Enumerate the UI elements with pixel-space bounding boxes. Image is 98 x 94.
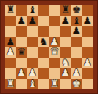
square-g6[interactable]: ♟ — [71, 26, 82, 37]
square-a7[interactable] — [5, 16, 16, 27]
square-h2[interactable] — [82, 68, 93, 79]
black-pawn[interactable]: ♟ — [6, 37, 15, 47]
square-f6[interactable] — [60, 26, 71, 37]
black-pawn[interactable]: ♟ — [61, 16, 70, 26]
white-pawn[interactable]: ♟ — [50, 37, 59, 47]
black-rook[interactable]: ♜ — [6, 5, 15, 15]
square-h4[interactable] — [82, 47, 93, 58]
square-b6[interactable] — [16, 26, 27, 37]
white-pawn[interactable]: ♟ — [72, 68, 81, 78]
square-c7[interactable]: ♟ — [27, 16, 38, 27]
square-e2[interactable] — [49, 68, 60, 79]
square-d1[interactable] — [38, 79, 49, 90]
chess-board: ♜♝♜♚♟♟♟♝♟♟♟♞♟♟♛♛♞♟♟♟♟♟♜♝♜♚ — [5, 5, 93, 89]
square-a8[interactable]: ♜ — [5, 5, 16, 16]
square-g3[interactable] — [71, 58, 82, 69]
square-f7[interactable]: ♟ — [60, 16, 71, 27]
black-queen[interactable]: ♛ — [17, 47, 26, 57]
square-g7[interactable]: ♝ — [71, 16, 82, 27]
black-knight[interactable]: ♞ — [39, 37, 48, 47]
square-f2[interactable]: ♟ — [60, 68, 71, 79]
square-f4[interactable] — [60, 47, 71, 58]
square-c3[interactable] — [27, 58, 38, 69]
square-f1[interactable] — [60, 79, 71, 90]
square-b5[interactable] — [16, 37, 27, 48]
square-d6[interactable] — [38, 26, 49, 37]
square-a2[interactable] — [5, 68, 16, 79]
square-c2[interactable]: ♟ — [27, 68, 38, 79]
square-c8[interactable]: ♝ — [27, 5, 38, 16]
black-pawn[interactable]: ♟ — [28, 16, 37, 26]
square-f5[interactable] — [60, 37, 71, 48]
square-h6[interactable] — [82, 26, 93, 37]
square-c5[interactable] — [27, 37, 38, 48]
square-d4[interactable] — [38, 47, 49, 58]
square-h1[interactable] — [82, 79, 93, 90]
white-pawn[interactable]: ♟ — [83, 58, 92, 68]
white-pawn[interactable]: ♟ — [28, 68, 37, 78]
square-a6[interactable] — [5, 26, 16, 37]
square-d7[interactable] — [38, 16, 49, 27]
white-bishop[interactable]: ♝ — [28, 79, 37, 89]
square-d2[interactable] — [38, 68, 49, 79]
square-g4[interactable] — [71, 47, 82, 58]
white-pawn[interactable]: ♟ — [6, 47, 15, 57]
white-rook[interactable]: ♜ — [50, 79, 59, 89]
square-h3[interactable]: ♟ — [82, 58, 93, 69]
square-b8[interactable] — [16, 5, 27, 16]
black-rook[interactable]: ♜ — [61, 5, 70, 15]
square-a3[interactable] — [5, 58, 16, 69]
square-e7[interactable] — [49, 16, 60, 27]
black-pawn[interactable]: ♟ — [17, 16, 26, 26]
square-c4[interactable] — [27, 47, 38, 58]
square-a1[interactable]: ♜ — [5, 79, 16, 90]
square-d8[interactable] — [38, 5, 49, 16]
square-g1[interactable]: ♚ — [71, 79, 82, 90]
square-b4[interactable]: ♛ — [16, 47, 27, 58]
square-e8[interactable] — [49, 5, 60, 16]
black-king[interactable]: ♚ — [72, 5, 81, 15]
square-c6[interactable] — [27, 26, 38, 37]
square-e6[interactable] — [49, 26, 60, 37]
white-pawn[interactable]: ♟ — [17, 68, 26, 78]
square-c1[interactable]: ♝ — [27, 79, 38, 90]
square-d5[interactable]: ♞ — [38, 37, 49, 48]
square-g8[interactable]: ♚ — [71, 5, 82, 16]
square-f8[interactable]: ♜ — [60, 5, 71, 16]
square-e4[interactable]: ♛ — [49, 47, 60, 58]
square-g5[interactable] — [71, 37, 82, 48]
chess-board-frame: ♜♝♜♚♟♟♟♝♟♟♟♞♟♟♛♛♞♟♟♟♟♟♜♝♜♚ — [0, 0, 98, 94]
black-bishop[interactable]: ♝ — [28, 5, 37, 15]
square-b1[interactable] — [16, 79, 27, 90]
square-d3[interactable] — [38, 58, 49, 69]
white-knight[interactable]: ♞ — [61, 58, 70, 68]
square-h7[interactable]: ♟ — [82, 16, 93, 27]
square-e5[interactable]: ♟ — [49, 37, 60, 48]
black-pawn[interactable]: ♟ — [83, 16, 92, 26]
black-pawn[interactable]: ♟ — [72, 26, 81, 36]
white-pawn[interactable]: ♟ — [61, 68, 70, 78]
white-king[interactable]: ♚ — [72, 79, 81, 89]
square-h5[interactable] — [82, 37, 93, 48]
white-queen[interactable]: ♛ — [50, 47, 59, 57]
square-e1[interactable]: ♜ — [49, 79, 60, 90]
square-f3[interactable]: ♞ — [60, 58, 71, 69]
white-rook[interactable]: ♜ — [6, 79, 15, 89]
black-bishop[interactable]: ♝ — [72, 16, 81, 26]
square-b2[interactable]: ♟ — [16, 68, 27, 79]
square-a4[interactable]: ♟ — [5, 47, 16, 58]
square-a5[interactable]: ♟ — [5, 37, 16, 48]
square-h8[interactable] — [82, 5, 93, 16]
square-e3[interactable] — [49, 58, 60, 69]
square-g2[interactable]: ♟ — [71, 68, 82, 79]
square-b3[interactable] — [16, 58, 27, 69]
square-b7[interactable]: ♟ — [16, 16, 27, 27]
